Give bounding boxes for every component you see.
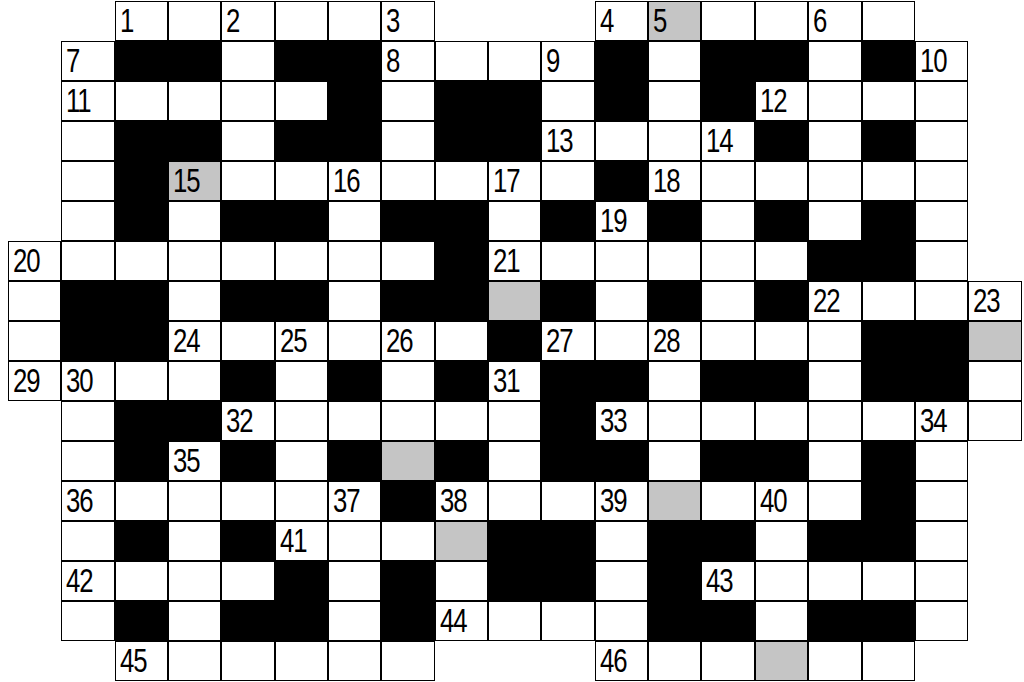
- gray-cell-r7-c9[interactable]: [488, 281, 541, 321]
- clue-number: 37: [333, 484, 359, 517]
- white-cell-r0-c15[interactable]: 6: [808, 1, 861, 41]
- white-cell-r16-c3[interactable]: [168, 641, 221, 681]
- clue-number: 33: [600, 404, 626, 437]
- white-cell-r1-c1[interactable]: 7: [61, 41, 114, 81]
- void-cell-r11-c0: [8, 441, 61, 481]
- white-cell-r6-c2[interactable]: [115, 241, 168, 281]
- white-cell-r8-c7[interactable]: 26: [381, 321, 434, 361]
- white-cell-r0-c4[interactable]: 2: [221, 1, 274, 41]
- white-cell-r3-c7[interactable]: [381, 121, 434, 161]
- white-cell-r4-c13[interactable]: [701, 161, 754, 201]
- black-cell-r8-c1: [61, 321, 114, 361]
- white-cell-r0-c16[interactable]: [862, 1, 915, 41]
- white-cell-r5-c9[interactable]: [488, 201, 541, 241]
- white-cell-r1-c15[interactable]: [808, 41, 861, 81]
- black-cell-r8-c2: [115, 321, 168, 361]
- white-cell-r13-c7[interactable]: [381, 521, 434, 561]
- white-cell-r11-c3[interactable]: 35: [168, 441, 221, 481]
- white-cell-r8-c6[interactable]: [328, 321, 381, 361]
- void-cell-r5-c0: [8, 201, 61, 241]
- white-cell-r0-c5[interactable]: [275, 1, 328, 41]
- void-cell-r6-c18: [968, 241, 1021, 281]
- white-cell-r3-c11[interactable]: [595, 121, 648, 161]
- white-cell-r9-c0[interactable]: 29: [8, 361, 61, 401]
- void-cell-r0-c18: [968, 1, 1021, 41]
- white-cell-r2-c1[interactable]: 11: [61, 81, 114, 121]
- white-cell-r5-c1[interactable]: [61, 201, 114, 241]
- white-cell-r0-c14[interactable]: [755, 1, 808, 41]
- void-cell-r1-c18: [968, 41, 1021, 81]
- white-cell-r1-c10[interactable]: 9: [541, 41, 594, 81]
- white-cell-r2-c2[interactable]: [115, 81, 168, 121]
- black-cell-r2-c11: [595, 81, 648, 121]
- black-cell-r11-c10: [541, 441, 594, 481]
- black-cell-r11-c16: [862, 441, 915, 481]
- void-cell-r13-c18: [968, 521, 1021, 561]
- white-cell-r14-c3[interactable]: [168, 561, 221, 601]
- white-cell-r9-c1[interactable]: 30: [61, 361, 114, 401]
- white-cell-r12-c4[interactable]: [221, 481, 274, 521]
- white-cell-r9-c15[interactable]: [808, 361, 861, 401]
- white-cell-r1-c4[interactable]: [221, 41, 274, 81]
- gray-cell-r12-c12[interactable]: [648, 481, 701, 521]
- white-cell-r11-c12[interactable]: [648, 441, 701, 481]
- white-cell-r14-c8[interactable]: [435, 561, 488, 601]
- black-cell-r3-c3: [168, 121, 221, 161]
- white-cell-r8-c13[interactable]: [701, 321, 754, 361]
- black-cell-r7-c12: [648, 281, 701, 321]
- white-cell-r10-c1[interactable]: [61, 401, 114, 441]
- black-cell-r5-c8: [435, 201, 488, 241]
- white-cell-r2-c3[interactable]: [168, 81, 221, 121]
- white-cell-r12-c14[interactable]: 40: [755, 481, 808, 521]
- white-cell-r5-c17[interactable]: [915, 201, 968, 241]
- void-cell-r5-c18: [968, 201, 1021, 241]
- white-cell-r13-c5[interactable]: 41: [275, 521, 328, 561]
- white-cell-r4-c4[interactable]: [221, 161, 274, 201]
- white-cell-r8-c12[interactable]: 28: [648, 321, 701, 361]
- white-cell-r14-c6[interactable]: [328, 561, 381, 601]
- gray-cell-r16-c14[interactable]: [755, 641, 808, 681]
- white-cell-r6-c0[interactable]: 20: [8, 241, 61, 281]
- white-cell-r9-c12[interactable]: [648, 361, 701, 401]
- white-cell-r11-c15[interactable]: [808, 441, 861, 481]
- clue-number: 19: [600, 204, 626, 237]
- white-cell-r6-c9[interactable]: 21: [488, 241, 541, 281]
- white-cell-r2-c16[interactable]: [862, 81, 915, 121]
- clue-number: 11: [66, 84, 90, 117]
- black-cell-r1-c2: [115, 41, 168, 81]
- white-cell-r1-c7[interactable]: 8: [381, 41, 434, 81]
- white-cell-r2-c10[interactable]: [541, 81, 594, 121]
- white-cell-r8-c8[interactable]: [435, 321, 488, 361]
- white-cell-r13-c6[interactable]: [328, 521, 381, 561]
- gray-cell-r13-c8[interactable]: [435, 521, 488, 561]
- black-cell-r3-c16: [862, 121, 915, 161]
- white-cell-r9-c9[interactable]: 31: [488, 361, 541, 401]
- white-cell-r10-c7[interactable]: [381, 401, 434, 441]
- gray-cell-r11-c7[interactable]: [381, 441, 434, 481]
- black-cell-r3-c6: [328, 121, 381, 161]
- white-cell-r9-c18[interactable]: [968, 361, 1021, 401]
- white-cell-r14-c13[interactable]: 43: [701, 561, 754, 601]
- white-cell-r2-c7[interactable]: [381, 81, 434, 121]
- black-cell-r11-c4: [221, 441, 274, 481]
- black-cell-r8-c16: [862, 321, 915, 361]
- white-cell-r9-c2[interactable]: [115, 361, 168, 401]
- white-cell-r8-c11[interactable]: [595, 321, 648, 361]
- clue-number: 38: [440, 484, 466, 517]
- white-cell-r0-c2[interactable]: 1: [115, 1, 168, 41]
- white-cell-r15-c8[interactable]: 44: [435, 601, 488, 641]
- white-cell-r6-c7[interactable]: [381, 241, 434, 281]
- void-cell-r16-c10: [541, 641, 594, 681]
- void-cell-r16-c17: [915, 641, 968, 681]
- black-cell-r3-c5: [275, 121, 328, 161]
- white-cell-r15-c14[interactable]: [755, 601, 808, 641]
- white-cell-r8-c0[interactable]: [8, 321, 61, 361]
- clue-number: 16: [333, 164, 359, 197]
- white-cell-r13-c17[interactable]: [915, 521, 968, 561]
- white-cell-r10-c5[interactable]: [275, 401, 328, 441]
- white-cell-r16-c7[interactable]: [381, 641, 434, 681]
- black-cell-r8-c9: [488, 321, 541, 361]
- clue-number: 46: [600, 644, 626, 677]
- black-cell-r10-c3: [168, 401, 221, 441]
- white-cell-r15-c10[interactable]: [541, 601, 594, 641]
- white-cell-r14-c16[interactable]: [862, 561, 915, 601]
- white-cell-r1-c17[interactable]: 10: [915, 41, 968, 81]
- white-cell-r11-c1[interactable]: [61, 441, 114, 481]
- white-cell-r10-c18[interactable]: [968, 401, 1021, 441]
- white-cell-r8-c10[interactable]: 27: [541, 321, 594, 361]
- white-cell-r6-c3[interactable]: [168, 241, 221, 281]
- clue-number: 21: [493, 244, 519, 277]
- white-cell-r9-c5[interactable]: [275, 361, 328, 401]
- white-cell-r12-c8[interactable]: 38: [435, 481, 488, 521]
- void-cell-r4-c0: [8, 161, 61, 201]
- black-cell-r13-c9: [488, 521, 541, 561]
- white-cell-r16-c5[interactable]: [275, 641, 328, 681]
- clue-number: 5: [653, 4, 666, 37]
- gray-cell-r0-c12[interactable]: 5: [648, 1, 701, 41]
- clue-number: 9: [546, 44, 559, 77]
- white-cell-r15-c6[interactable]: [328, 601, 381, 641]
- black-cell-r15-c2: [115, 601, 168, 641]
- black-cell-r2-c9: [488, 81, 541, 121]
- white-cell-r4-c7[interactable]: [381, 161, 434, 201]
- white-cell-r15-c3[interactable]: [168, 601, 221, 641]
- black-cell-r11-c6: [328, 441, 381, 481]
- black-cell-r13-c16: [862, 521, 915, 561]
- clue-number: 14: [706, 124, 732, 157]
- white-cell-r12-c5[interactable]: [275, 481, 328, 521]
- white-cell-r1-c8[interactable]: [435, 41, 488, 81]
- gray-cell-r8-c18[interactable]: [968, 321, 1021, 361]
- white-cell-r2-c14[interactable]: 12: [755, 81, 808, 121]
- white-cell-r16-c2[interactable]: 45: [115, 641, 168, 681]
- void-cell-r15-c0: [8, 601, 61, 641]
- black-cell-r1-c5: [275, 41, 328, 81]
- white-cell-r12-c11[interactable]: 39: [595, 481, 648, 521]
- white-cell-r15-c9[interactable]: [488, 601, 541, 641]
- white-cell-r12-c10[interactable]: [541, 481, 594, 521]
- black-cell-r13-c15: [808, 521, 861, 561]
- white-cell-r7-c11[interactable]: [595, 281, 648, 321]
- white-cell-r5-c3[interactable]: [168, 201, 221, 241]
- clue-number: 26: [386, 324, 412, 357]
- white-cell-r6-c10[interactable]: [541, 241, 594, 281]
- white-cell-r5-c13[interactable]: [701, 201, 754, 241]
- white-cell-r10-c13[interactable]: [701, 401, 754, 441]
- white-cell-r13-c1[interactable]: [61, 521, 114, 561]
- white-cell-r0-c7[interactable]: 3: [381, 1, 434, 41]
- black-cell-r1-c13: [701, 41, 754, 81]
- white-cell-r8-c15[interactable]: [808, 321, 861, 361]
- void-cell-r16-c1: [61, 641, 114, 681]
- white-cell-r4-c5[interactable]: [275, 161, 328, 201]
- void-cell-r0-c9: [488, 1, 541, 41]
- void-cell-r16-c0: [8, 641, 61, 681]
- white-cell-r3-c10[interactable]: 13: [541, 121, 594, 161]
- white-cell-r8-c3[interactable]: 24: [168, 321, 221, 361]
- white-cell-r4-c9[interactable]: 17: [488, 161, 541, 201]
- black-cell-r5-c7: [381, 201, 434, 241]
- void-cell-r0-c17: [915, 1, 968, 41]
- black-cell-r5-c2: [115, 201, 168, 241]
- white-cell-r2-c5[interactable]: [275, 81, 328, 121]
- white-cell-r15-c17[interactable]: [915, 601, 968, 641]
- clue-number: 41: [280, 524, 306, 557]
- void-cell-r3-c0: [8, 121, 61, 161]
- white-cell-r4-c17[interactable]: [915, 161, 968, 201]
- black-cell-r15-c5: [275, 601, 328, 641]
- black-cell-r7-c7: [381, 281, 434, 321]
- black-cell-r14-c5: [275, 561, 328, 601]
- white-cell-r1-c9[interactable]: [488, 41, 541, 81]
- white-cell-r0-c13[interactable]: [701, 1, 754, 41]
- black-cell-r9-c4: [221, 361, 274, 401]
- white-cell-r5-c6[interactable]: [328, 201, 381, 241]
- clue-number: 6: [813, 4, 826, 37]
- black-cell-r1-c3: [168, 41, 221, 81]
- black-cell-r7-c8: [435, 281, 488, 321]
- white-cell-r16-c15[interactable]: [808, 641, 861, 681]
- white-cell-r13-c3[interactable]: [168, 521, 221, 561]
- white-cell-r6-c17[interactable]: [915, 241, 968, 281]
- white-cell-r16-c6[interactable]: [328, 641, 381, 681]
- white-cell-r12-c1[interactable]: 36: [61, 481, 114, 521]
- white-cell-r6-c14[interactable]: [755, 241, 808, 281]
- void-cell-r10-c0: [8, 401, 61, 441]
- white-cell-r10-c11[interactable]: 33: [595, 401, 648, 441]
- white-cell-r14-c11[interactable]: [595, 561, 648, 601]
- white-cell-r10-c9[interactable]: [488, 401, 541, 441]
- white-cell-r11-c9[interactable]: [488, 441, 541, 481]
- void-cell-r16-c18: [968, 641, 1021, 681]
- white-cell-r10-c8[interactable]: [435, 401, 488, 441]
- white-cell-r5-c15[interactable]: [808, 201, 861, 241]
- white-cell-r6-c13[interactable]: [701, 241, 754, 281]
- void-cell-r0-c10: [541, 1, 594, 41]
- black-cell-r15-c16: [862, 601, 915, 641]
- white-cell-r3-c15[interactable]: [808, 121, 861, 161]
- white-cell-r6-c1[interactable]: [61, 241, 114, 281]
- white-cell-r16-c4[interactable]: [221, 641, 274, 681]
- white-cell-r12-c6[interactable]: 37: [328, 481, 381, 521]
- white-cell-r1-c12[interactable]: [648, 41, 701, 81]
- white-cell-r13-c11[interactable]: [595, 521, 648, 561]
- black-cell-r5-c14: [755, 201, 808, 241]
- white-cell-r4-c6[interactable]: 16: [328, 161, 381, 201]
- white-cell-r16-c11[interactable]: 46: [595, 641, 648, 681]
- white-cell-r14-c4[interactable]: [221, 561, 274, 601]
- white-cell-r10-c4[interactable]: 32: [221, 401, 274, 441]
- white-cell-r0-c11[interactable]: 4: [595, 1, 648, 41]
- white-cell-r9-c7[interactable]: [381, 361, 434, 401]
- black-cell-r13-c10: [541, 521, 594, 561]
- black-cell-r2-c8: [435, 81, 488, 121]
- white-cell-r6-c6[interactable]: [328, 241, 381, 281]
- clue-number: 40: [760, 484, 786, 517]
- white-cell-r12-c13[interactable]: [701, 481, 754, 521]
- black-cell-r1-c11: [595, 41, 648, 81]
- white-cell-r2-c17[interactable]: [915, 81, 968, 121]
- white-cell-r12-c9[interactable]: [488, 481, 541, 521]
- black-cell-r4-c11: [595, 161, 648, 201]
- white-cell-r16-c16[interactable]: [862, 641, 915, 681]
- black-cell-r9-c6: [328, 361, 381, 401]
- white-cell-r14-c15[interactable]: [808, 561, 861, 601]
- white-cell-r8-c5[interactable]: 25: [275, 321, 328, 361]
- clue-number: 13: [546, 124, 572, 157]
- black-cell-r11-c13: [701, 441, 754, 481]
- white-cell-r15-c1[interactable]: [61, 601, 114, 641]
- white-cell-r14-c17[interactable]: [915, 561, 968, 601]
- white-cell-r0-c6[interactable]: [328, 1, 381, 41]
- clue-number: 7: [66, 44, 79, 77]
- white-cell-r4-c15[interactable]: [808, 161, 861, 201]
- clue-number: 22: [813, 284, 839, 317]
- void-cell-r0-c8: [435, 1, 488, 41]
- white-cell-r2-c15[interactable]: [808, 81, 861, 121]
- white-cell-r16-c12[interactable]: [648, 641, 701, 681]
- white-cell-r7-c15[interactable]: 22: [808, 281, 861, 321]
- white-cell-r8-c4[interactable]: [221, 321, 274, 361]
- white-cell-r4-c12[interactable]: 18: [648, 161, 701, 201]
- white-cell-r7-c18[interactable]: 23: [968, 281, 1021, 321]
- white-cell-r12-c15[interactable]: [808, 481, 861, 521]
- white-cell-r12-c2[interactable]: [115, 481, 168, 521]
- black-cell-r14-c10: [541, 561, 594, 601]
- white-cell-r4-c10[interactable]: [541, 161, 594, 201]
- white-cell-r3-c12[interactable]: [648, 121, 701, 161]
- white-cell-r11-c17[interactable]: [915, 441, 968, 481]
- white-cell-r4-c1[interactable]: [61, 161, 114, 201]
- clue-number: 31: [493, 364, 519, 397]
- black-cell-r5-c10: [541, 201, 594, 241]
- white-cell-r5-c11[interactable]: 19: [595, 201, 648, 241]
- white-cell-r14-c14[interactable]: [755, 561, 808, 601]
- clue-number: 12: [760, 84, 786, 117]
- white-cell-r12-c17[interactable]: [915, 481, 968, 521]
- black-cell-r3-c9: [488, 121, 541, 161]
- void-cell-r12-c18: [968, 481, 1021, 521]
- white-cell-r12-c3[interactable]: [168, 481, 221, 521]
- white-cell-r3-c17[interactable]: [915, 121, 968, 161]
- black-cell-r9-c8: [435, 361, 488, 401]
- clue-number: 3: [386, 4, 399, 37]
- black-cell-r13-c4: [221, 521, 274, 561]
- white-cell-r10-c14[interactable]: [755, 401, 808, 441]
- white-cell-r7-c17[interactable]: [915, 281, 968, 321]
- white-cell-r6-c5[interactable]: [275, 241, 328, 281]
- clue-number: 23: [973, 284, 999, 317]
- white-cell-r10-c6[interactable]: [328, 401, 381, 441]
- white-cell-r3-c1[interactable]: [61, 121, 114, 161]
- gray-cell-r4-c3[interactable]: 15: [168, 161, 221, 201]
- clue-number: 25: [280, 324, 306, 357]
- white-cell-r4-c14[interactable]: [755, 161, 808, 201]
- void-cell-r1-c0: [8, 41, 61, 81]
- white-cell-r7-c16[interactable]: [862, 281, 915, 321]
- clue-number: 36: [66, 484, 92, 517]
- white-cell-r10-c15[interactable]: [808, 401, 861, 441]
- white-cell-r7-c3[interactable]: [168, 281, 221, 321]
- white-cell-r6-c12[interactable]: [648, 241, 701, 281]
- white-cell-r6-c4[interactable]: [221, 241, 274, 281]
- clue-number: 4: [600, 4, 613, 37]
- white-cell-r10-c16[interactable]: [862, 401, 915, 441]
- clue-number: 15: [173, 164, 199, 197]
- white-cell-r15-c11[interactable]: [595, 601, 648, 641]
- black-cell-r12-c7: [381, 481, 434, 521]
- white-cell-r7-c0[interactable]: [8, 281, 61, 321]
- black-cell-r3-c2: [115, 121, 168, 161]
- white-cell-r11-c5[interactable]: [275, 441, 328, 481]
- white-cell-r3-c4[interactable]: [221, 121, 274, 161]
- white-cell-r7-c6[interactable]: [328, 281, 381, 321]
- white-cell-r14-c2[interactable]: [115, 561, 168, 601]
- clue-number: 35: [173, 444, 199, 477]
- clue-number: 30: [66, 364, 92, 397]
- white-cell-r16-c13[interactable]: [701, 641, 754, 681]
- void-cell-r13-c0: [8, 521, 61, 561]
- black-cell-r14-c12: [648, 561, 701, 601]
- black-cell-r7-c2: [115, 281, 168, 321]
- white-cell-r3-c13[interactable]: 14: [701, 121, 754, 161]
- white-cell-r4-c16[interactable]: [862, 161, 915, 201]
- white-cell-r7-c13[interactable]: [701, 281, 754, 321]
- void-cell-r15-c18: [968, 601, 1021, 641]
- void-cell-r0-c1: [61, 1, 114, 41]
- black-cell-r9-c14: [755, 361, 808, 401]
- void-cell-r11-c18: [968, 441, 1021, 481]
- white-cell-r13-c14[interactable]: [755, 521, 808, 561]
- black-cell-r13-c13: [701, 521, 754, 561]
- white-cell-r8-c14[interactable]: [755, 321, 808, 361]
- white-cell-r10-c12[interactable]: [648, 401, 701, 441]
- white-cell-r2-c12[interactable]: [648, 81, 701, 121]
- white-cell-r2-c4[interactable]: [221, 81, 274, 121]
- black-cell-r6-c16: [862, 241, 915, 281]
- white-cell-r6-c11[interactable]: [595, 241, 648, 281]
- white-cell-r10-c17[interactable]: 34: [915, 401, 968, 441]
- white-cell-r9-c3[interactable]: [168, 361, 221, 401]
- white-cell-r14-c1[interactable]: 42: [61, 561, 114, 601]
- white-cell-r4-c8[interactable]: [435, 161, 488, 201]
- white-cell-r0-c3[interactable]: [168, 1, 221, 41]
